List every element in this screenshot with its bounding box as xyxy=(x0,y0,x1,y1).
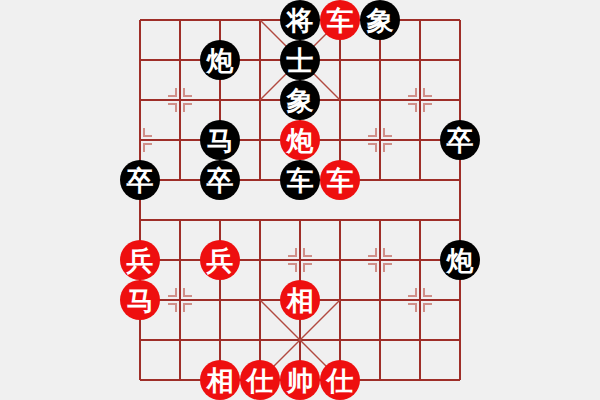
red-general[interactable]: 帅 xyxy=(280,360,320,400)
piece-grid: 将车象炮士象马炮卒卒卒车车兵兵炮马相相仕帅仕 xyxy=(120,0,480,400)
black-elephant[interactable]: 象 xyxy=(360,0,400,40)
black-advisor[interactable]: 士 xyxy=(280,40,320,80)
red-advisor[interactable]: 仕 xyxy=(320,360,360,400)
black-general[interactable]: 将 xyxy=(280,0,320,40)
red-advisor[interactable]: 仕 xyxy=(240,360,280,400)
black-soldier[interactable]: 卒 xyxy=(120,160,160,200)
black-horse[interactable]: 马 xyxy=(200,120,240,160)
red-chariot[interactable]: 车 xyxy=(320,160,360,200)
black-soldier[interactable]: 卒 xyxy=(200,160,240,200)
red-elephant[interactable]: 相 xyxy=(280,280,320,320)
red-cannon[interactable]: 炮 xyxy=(280,120,320,160)
xiangqi-board: 将车象炮士象马炮卒卒卒车车兵兵炮马相相仕帅仕 xyxy=(0,0,600,400)
black-chariot[interactable]: 车 xyxy=(280,160,320,200)
red-chariot[interactable]: 车 xyxy=(320,0,360,40)
red-horse[interactable]: 马 xyxy=(120,280,160,320)
red-soldier[interactable]: 兵 xyxy=(200,240,240,280)
black-elephant[interactable]: 象 xyxy=(280,80,320,120)
red-elephant[interactable]: 相 xyxy=(200,360,240,400)
black-soldier[interactable]: 卒 xyxy=(440,120,480,160)
black-cannon[interactable]: 炮 xyxy=(440,240,480,280)
red-soldier[interactable]: 兵 xyxy=(120,240,160,280)
black-cannon[interactable]: 炮 xyxy=(200,40,240,80)
